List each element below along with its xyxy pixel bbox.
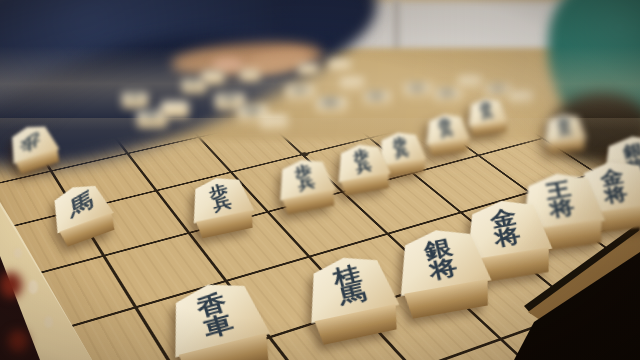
shogi-piece-6g: 歩兵 bbox=[332, 140, 393, 198]
shogi-piece-2g: 歩兵 bbox=[542, 112, 588, 156]
shogi-piece-7g: 歩兵 bbox=[273, 155, 339, 218]
shogi-piece-3g: 歩兵 bbox=[465, 96, 510, 139]
shogi-photo-scene: 歩兵歩兵歩兵歩歩兵歩兵銀将歩兵金将歩兵馬王将金将銀将桂馬香車 bbox=[0, 0, 640, 360]
floor-red-object-2 bbox=[8, 330, 28, 352]
shogi-piece-4g: 歩兵 bbox=[422, 111, 471, 158]
shogi-piece-7i: 銀将 bbox=[391, 222, 497, 323]
shogi-piece-8g: 歩兵 bbox=[186, 172, 259, 242]
floor-red-object bbox=[0, 272, 22, 298]
